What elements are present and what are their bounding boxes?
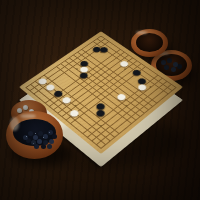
rim-highlight (136, 31, 147, 34)
rim-highlight (10, 117, 19, 131)
white-stone[interactable]: ● (68, 107, 83, 118)
bowl-top-right[interactable] (131, 29, 168, 57)
bowl-top-right-interior (136, 33, 163, 52)
white-stone[interactable]: ● (118, 58, 132, 68)
white-stone[interactable]: ● (115, 91, 129, 102)
rim-highlight (20, 114, 36, 118)
bowl-bottom-left-interior (13, 119, 56, 146)
white-stone-in-lid (17, 108, 22, 113)
go-scene: ●●●●●●●●●●●●●●●●● (0, 0, 200, 200)
white-stone-in-lid (23, 105, 28, 110)
bowl-bottom-left[interactable] (6, 111, 63, 159)
